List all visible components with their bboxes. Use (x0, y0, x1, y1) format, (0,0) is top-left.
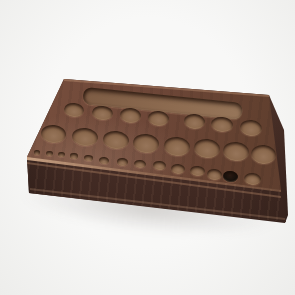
pit-front-10[interactable] (171, 163, 186, 174)
photo-stage (0, 0, 295, 295)
pit-front-14[interactable] (244, 172, 262, 186)
pit-middle-1[interactable] (40, 124, 67, 145)
pit-back-1[interactable] (63, 102, 84, 118)
pit-front-11[interactable] (189, 165, 205, 177)
pit-front-1[interactable] (34, 149, 41, 154)
pit-front-12[interactable] (206, 168, 222, 180)
pit-front-4[interactable] (70, 153, 78, 159)
pit-front-5[interactable] (83, 155, 92, 162)
pit-front-9[interactable] (152, 161, 166, 171)
pit-middle-3[interactable] (102, 130, 130, 151)
pit-middle-6[interactable] (193, 137, 221, 159)
pit-front-8[interactable] (134, 159, 147, 169)
pit-front-7[interactable] (116, 158, 128, 167)
pit-front-2[interactable] (45, 150, 52, 155)
board-top-surface (0, 0, 295, 295)
pit-middle-7[interactable] (222, 140, 250, 162)
pit-middle-4[interactable] (132, 132, 160, 154)
pit-front-3[interactable] (58, 152, 66, 158)
pit-back-7[interactable] (239, 119, 263, 137)
pit-middle-5[interactable] (163, 135, 191, 157)
pit-back-2[interactable] (91, 105, 113, 121)
pit-middle-2[interactable] (71, 127, 99, 148)
pit-middle-8[interactable] (250, 143, 277, 165)
pit-front-13-dark[interactable] (223, 170, 239, 183)
pit-front-6[interactable] (99, 156, 109, 164)
